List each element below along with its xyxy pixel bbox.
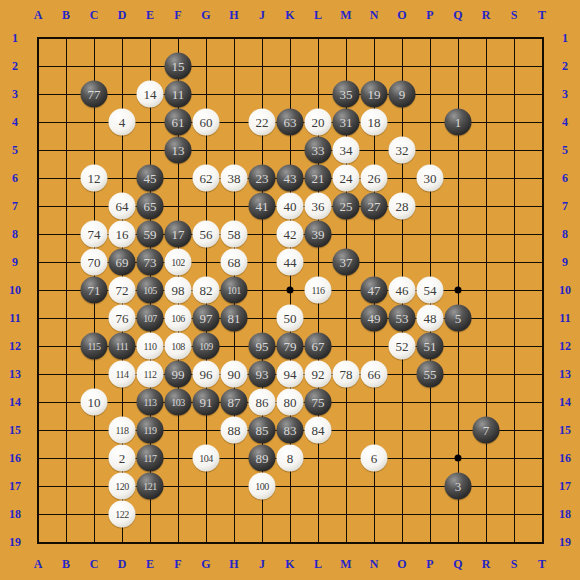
row-label-right: 6 bbox=[550, 171, 580, 185]
move-number: 87 bbox=[228, 396, 241, 409]
move-number: 45 bbox=[144, 172, 157, 185]
move-number: 101 bbox=[227, 285, 241, 295]
move-number: 9 bbox=[399, 88, 406, 101]
white-stone-G16[interactable]: 104 bbox=[193, 445, 220, 472]
black-stone-F2[interactable]: 15 bbox=[165, 53, 192, 80]
row-label-right: 12 bbox=[550, 339, 580, 353]
move-number: 23 bbox=[256, 172, 269, 185]
move-number: 11 bbox=[172, 88, 185, 101]
black-stone-M9[interactable]: 37 bbox=[333, 249, 360, 276]
white-stone-D17[interactable]: 120 bbox=[109, 473, 136, 500]
col-label-top: N bbox=[362, 8, 386, 22]
white-stone-M6[interactable]: 24 bbox=[333, 165, 360, 192]
row-label-left: 17 bbox=[0, 479, 30, 493]
white-stone-E13[interactable]: 112 bbox=[137, 361, 164, 388]
col-label-top: S bbox=[502, 8, 526, 22]
col-label-bottom: J bbox=[250, 557, 274, 571]
white-stone-G10[interactable]: 82 bbox=[193, 277, 220, 304]
white-stone-E3[interactable]: 14 bbox=[137, 81, 164, 108]
white-stone-P10[interactable]: 54 bbox=[417, 277, 444, 304]
move-number: 1 bbox=[455, 116, 462, 129]
row-label-right: 19 bbox=[550, 535, 580, 549]
move-number: 50 bbox=[284, 312, 297, 325]
black-stone-F13[interactable]: 99 bbox=[165, 361, 192, 388]
move-number: 66 bbox=[368, 368, 381, 381]
move-number: 8 bbox=[287, 452, 294, 465]
move-number: 67 bbox=[312, 340, 325, 353]
white-stone-N6[interactable]: 26 bbox=[361, 165, 388, 192]
white-stone-J14[interactable]: 86 bbox=[249, 389, 276, 416]
white-stone-K9[interactable]: 44 bbox=[277, 249, 304, 276]
white-stone-C6[interactable]: 12 bbox=[81, 165, 108, 192]
col-label-top: P bbox=[418, 8, 442, 22]
move-number: 28 bbox=[396, 200, 409, 213]
black-stone-H14[interactable]: 87 bbox=[221, 389, 248, 416]
move-number: 20 bbox=[312, 116, 325, 129]
move-number: 25 bbox=[340, 200, 353, 213]
move-number: 88 bbox=[228, 424, 241, 437]
col-label-bottom: Q bbox=[446, 557, 470, 571]
white-stone-D18[interactable]: 122 bbox=[109, 501, 136, 528]
col-label-top: L bbox=[306, 8, 330, 22]
black-stone-D12[interactable]: 111 bbox=[109, 333, 136, 360]
col-label-bottom: F bbox=[166, 557, 190, 571]
black-stone-R15[interactable]: 7 bbox=[473, 417, 500, 444]
col-label-bottom: P bbox=[418, 557, 442, 571]
move-number: 77 bbox=[88, 88, 101, 101]
move-number: 103 bbox=[171, 397, 185, 407]
white-stone-K11[interactable]: 50 bbox=[277, 305, 304, 332]
col-label-bottom: K bbox=[278, 557, 302, 571]
move-number: 116 bbox=[311, 285, 324, 295]
col-label-top: H bbox=[222, 8, 246, 22]
move-number: 86 bbox=[256, 396, 269, 409]
row-label-left: 12 bbox=[0, 339, 30, 353]
move-number: 43 bbox=[284, 172, 297, 185]
row-label-left: 15 bbox=[0, 423, 30, 437]
col-label-top: D bbox=[110, 8, 134, 22]
white-stone-L7[interactable]: 36 bbox=[305, 193, 332, 220]
col-label-bottom: E bbox=[138, 557, 162, 571]
move-number: 115 bbox=[87, 341, 100, 351]
col-label-bottom: M bbox=[334, 557, 358, 571]
row-label-right: 15 bbox=[550, 423, 580, 437]
go-board-diagram: AABBCCDDEEFFGGHHJJKKLLMMNNOOPPQQRRSSTT11… bbox=[0, 0, 580, 580]
move-number: 18 bbox=[368, 116, 381, 129]
move-number: 69 bbox=[116, 256, 129, 269]
move-number: 90 bbox=[228, 368, 241, 381]
black-stone-F8[interactable]: 17 bbox=[165, 221, 192, 248]
white-stone-K14[interactable]: 80 bbox=[277, 389, 304, 416]
black-stone-E8[interactable]: 59 bbox=[137, 221, 164, 248]
move-number: 82 bbox=[200, 284, 213, 297]
black-stone-N10[interactable]: 47 bbox=[361, 277, 388, 304]
col-label-top: M bbox=[334, 8, 358, 22]
move-number: 31 bbox=[340, 116, 353, 129]
white-stone-G8[interactable]: 56 bbox=[193, 221, 220, 248]
row-label-right: 7 bbox=[550, 199, 580, 213]
white-stone-K7[interactable]: 40 bbox=[277, 193, 304, 220]
move-number: 106 bbox=[171, 313, 185, 323]
col-label-bottom: S bbox=[502, 557, 526, 571]
black-stone-L12[interactable]: 67 bbox=[305, 333, 332, 360]
black-stone-J16[interactable]: 89 bbox=[249, 445, 276, 472]
move-number: 41 bbox=[256, 200, 269, 213]
white-stone-N16[interactable]: 6 bbox=[361, 445, 388, 472]
move-number: 72 bbox=[116, 284, 129, 297]
black-stone-M4[interactable]: 31 bbox=[333, 109, 360, 136]
black-stone-E15[interactable]: 119 bbox=[137, 417, 164, 444]
col-label-bottom: D bbox=[110, 557, 134, 571]
move-number: 12 bbox=[88, 172, 101, 185]
move-number: 34 bbox=[340, 144, 353, 157]
col-label-bottom: N bbox=[362, 557, 386, 571]
white-stone-M5[interactable]: 34 bbox=[333, 137, 360, 164]
move-number: 111 bbox=[116, 341, 129, 351]
white-stone-K13[interactable]: 94 bbox=[277, 361, 304, 388]
black-stone-J6[interactable]: 23 bbox=[249, 165, 276, 192]
black-stone-K6[interactable]: 43 bbox=[277, 165, 304, 192]
move-number: 7 bbox=[483, 424, 490, 437]
white-stone-E12[interactable]: 110 bbox=[137, 333, 164, 360]
black-stone-L5[interactable]: 33 bbox=[305, 137, 332, 164]
move-number: 46 bbox=[396, 284, 409, 297]
move-number: 76 bbox=[116, 312, 129, 325]
move-number: 39 bbox=[312, 228, 325, 241]
black-stone-F14[interactable]: 103 bbox=[165, 389, 192, 416]
white-stone-L4[interactable]: 20 bbox=[305, 109, 332, 136]
black-stone-E16[interactable]: 117 bbox=[137, 445, 164, 472]
move-number: 3 bbox=[455, 480, 462, 493]
col-label-top: Q bbox=[446, 8, 470, 22]
move-number: 64 bbox=[116, 200, 129, 213]
move-number: 56 bbox=[200, 228, 213, 241]
black-stone-F5[interactable]: 13 bbox=[165, 137, 192, 164]
move-number: 60 bbox=[200, 116, 213, 129]
move-number: 24 bbox=[340, 172, 353, 185]
black-stone-O3[interactable]: 9 bbox=[389, 81, 416, 108]
white-stone-G13[interactable]: 96 bbox=[193, 361, 220, 388]
white-stone-D7[interactable]: 64 bbox=[109, 193, 136, 220]
col-label-bottom: L bbox=[306, 557, 330, 571]
black-stone-L8[interactable]: 39 bbox=[305, 221, 332, 248]
move-number: 5 bbox=[455, 312, 462, 325]
move-number: 122 bbox=[115, 509, 129, 519]
row-label-left: 18 bbox=[0, 507, 30, 521]
white-stone-O12[interactable]: 52 bbox=[389, 333, 416, 360]
black-stone-C10[interactable]: 71 bbox=[81, 277, 108, 304]
row-label-right: 11 bbox=[550, 311, 580, 325]
row-label-right: 2 bbox=[550, 59, 580, 73]
move-number: 44 bbox=[284, 256, 297, 269]
black-stone-Q17[interactable]: 3 bbox=[445, 473, 472, 500]
move-number: 27 bbox=[368, 200, 381, 213]
move-number: 98 bbox=[172, 284, 185, 297]
move-number: 54 bbox=[424, 284, 437, 297]
row-label-left: 9 bbox=[0, 255, 30, 269]
white-stone-D11[interactable]: 76 bbox=[109, 305, 136, 332]
row-label-left: 4 bbox=[0, 115, 30, 129]
move-number: 63 bbox=[284, 116, 297, 129]
black-stone-P13[interactable]: 55 bbox=[417, 361, 444, 388]
move-number: 17 bbox=[172, 228, 185, 241]
black-stone-D9[interactable]: 69 bbox=[109, 249, 136, 276]
row-label-left: 5 bbox=[0, 143, 30, 157]
move-number: 71 bbox=[88, 284, 101, 297]
col-label-bottom: O bbox=[390, 557, 414, 571]
white-stone-D10[interactable]: 72 bbox=[109, 277, 136, 304]
black-stone-H11[interactable]: 81 bbox=[221, 305, 248, 332]
col-label-bottom: G bbox=[194, 557, 218, 571]
white-stone-N4[interactable]: 18 bbox=[361, 109, 388, 136]
move-number: 94 bbox=[284, 368, 297, 381]
move-number: 13 bbox=[172, 144, 185, 157]
white-stone-C14[interactable]: 10 bbox=[81, 389, 108, 416]
col-label-bottom: R bbox=[474, 557, 498, 571]
row-label-right: 14 bbox=[550, 395, 580, 409]
col-label-top: E bbox=[138, 8, 162, 22]
move-number: 97 bbox=[200, 312, 213, 325]
row-label-left: 11 bbox=[0, 311, 30, 325]
black-stone-H10[interactable]: 101 bbox=[221, 277, 248, 304]
move-number: 93 bbox=[256, 368, 269, 381]
row-label-left: 3 bbox=[0, 87, 30, 101]
white-stone-F10[interactable]: 98 bbox=[165, 277, 192, 304]
col-label-top: A bbox=[26, 8, 50, 22]
move-number: 30 bbox=[424, 172, 437, 185]
col-label-top: F bbox=[166, 8, 190, 22]
row-label-right: 9 bbox=[550, 255, 580, 269]
black-stone-P12[interactable]: 51 bbox=[417, 333, 444, 360]
white-stone-O5[interactable]: 32 bbox=[389, 137, 416, 164]
row-label-left: 1 bbox=[0, 31, 30, 45]
row-label-left: 8 bbox=[0, 227, 30, 241]
white-stone-F11[interactable]: 106 bbox=[165, 305, 192, 332]
move-number: 74 bbox=[88, 228, 101, 241]
row-label-left: 7 bbox=[0, 199, 30, 213]
black-stone-N7[interactable]: 27 bbox=[361, 193, 388, 220]
white-stone-K8[interactable]: 42 bbox=[277, 221, 304, 248]
col-label-top: C bbox=[82, 8, 106, 22]
move-number: 2 bbox=[119, 452, 126, 465]
white-stone-K16[interactable]: 8 bbox=[277, 445, 304, 472]
black-stone-E11[interactable]: 107 bbox=[137, 305, 164, 332]
move-number: 14 bbox=[144, 88, 157, 101]
white-stone-O7[interactable]: 28 bbox=[389, 193, 416, 220]
black-stone-N3[interactable]: 19 bbox=[361, 81, 388, 108]
move-number: 38 bbox=[228, 172, 241, 185]
move-number: 110 bbox=[143, 341, 156, 351]
white-stone-L15[interactable]: 84 bbox=[305, 417, 332, 444]
row-label-right: 3 bbox=[550, 87, 580, 101]
move-number: 10 bbox=[88, 396, 101, 409]
white-stone-C8[interactable]: 74 bbox=[81, 221, 108, 248]
move-number: 15 bbox=[172, 60, 185, 73]
black-stone-C12[interactable]: 115 bbox=[81, 333, 108, 360]
move-number: 109 bbox=[199, 341, 213, 351]
col-label-top: G bbox=[194, 8, 218, 22]
white-stone-P11[interactable]: 48 bbox=[417, 305, 444, 332]
move-number: 113 bbox=[143, 397, 156, 407]
move-number: 53 bbox=[396, 312, 409, 325]
move-number: 99 bbox=[172, 368, 185, 381]
black-stone-F4[interactable]: 61 bbox=[165, 109, 192, 136]
white-stone-N13[interactable]: 66 bbox=[361, 361, 388, 388]
move-number: 100 bbox=[255, 481, 269, 491]
white-stone-H15[interactable]: 88 bbox=[221, 417, 248, 444]
black-stone-E6[interactable]: 45 bbox=[137, 165, 164, 192]
black-stone-J12[interactable]: 95 bbox=[249, 333, 276, 360]
white-stone-H9[interactable]: 68 bbox=[221, 249, 248, 276]
move-number: 107 bbox=[143, 313, 157, 323]
black-stone-E14[interactable]: 113 bbox=[137, 389, 164, 416]
white-stone-D13[interactable]: 114 bbox=[109, 361, 136, 388]
white-stone-F12[interactable]: 108 bbox=[165, 333, 192, 360]
row-label-left: 19 bbox=[0, 535, 30, 549]
move-number: 19 bbox=[368, 88, 381, 101]
col-label-top: K bbox=[278, 8, 302, 22]
white-stone-J17[interactable]: 100 bbox=[249, 473, 276, 500]
white-stone-D16[interactable]: 2 bbox=[109, 445, 136, 472]
move-number: 70 bbox=[88, 256, 101, 269]
move-number: 59 bbox=[144, 228, 157, 241]
black-stone-F3[interactable]: 11 bbox=[165, 81, 192, 108]
col-label-top: J bbox=[250, 8, 274, 22]
black-stone-L14[interactable]: 75 bbox=[305, 389, 332, 416]
white-stone-D15[interactable]: 118 bbox=[109, 417, 136, 444]
white-stone-L10[interactable]: 116 bbox=[305, 277, 332, 304]
move-number: 65 bbox=[144, 200, 157, 213]
move-number: 81 bbox=[228, 312, 241, 325]
black-stone-L6[interactable]: 21 bbox=[305, 165, 332, 192]
row-label-right: 13 bbox=[550, 367, 580, 381]
move-number: 61 bbox=[172, 116, 185, 129]
row-label-left: 2 bbox=[0, 59, 30, 73]
black-stone-Q11[interactable]: 5 bbox=[445, 305, 472, 332]
black-stone-K4[interactable]: 63 bbox=[277, 109, 304, 136]
black-stone-G11[interactable]: 97 bbox=[193, 305, 220, 332]
move-number: 49 bbox=[368, 312, 381, 325]
row-label-left: 16 bbox=[0, 451, 30, 465]
col-label-bottom: C bbox=[82, 557, 106, 571]
black-stone-M3[interactable]: 35 bbox=[333, 81, 360, 108]
white-stone-P6[interactable]: 30 bbox=[417, 165, 444, 192]
move-number: 89 bbox=[256, 452, 269, 465]
white-stone-G6[interactable]: 62 bbox=[193, 165, 220, 192]
white-stone-D8[interactable]: 16 bbox=[109, 221, 136, 248]
white-stone-G4[interactable]: 60 bbox=[193, 109, 220, 136]
row-label-right: 10 bbox=[550, 283, 580, 297]
black-stone-N11[interactable]: 49 bbox=[361, 305, 388, 332]
move-number: 92 bbox=[312, 368, 325, 381]
move-number: 108 bbox=[171, 341, 185, 351]
black-stone-J7[interactable]: 41 bbox=[249, 193, 276, 220]
col-label-top: R bbox=[474, 8, 498, 22]
white-stone-H13[interactable]: 90 bbox=[221, 361, 248, 388]
move-number: 79 bbox=[284, 340, 297, 353]
move-number: 117 bbox=[143, 453, 156, 463]
row-label-right: 5 bbox=[550, 143, 580, 157]
black-stone-E17[interactable]: 121 bbox=[137, 473, 164, 500]
move-number: 26 bbox=[368, 172, 381, 185]
move-number: 118 bbox=[115, 425, 128, 435]
move-number: 21 bbox=[312, 172, 325, 185]
move-number: 83 bbox=[284, 424, 297, 437]
move-number: 40 bbox=[284, 200, 297, 213]
move-number: 120 bbox=[115, 481, 129, 491]
move-number: 114 bbox=[115, 369, 128, 379]
row-label-left: 14 bbox=[0, 395, 30, 409]
move-number: 80 bbox=[284, 396, 297, 409]
move-number: 85 bbox=[256, 424, 269, 437]
white-stone-J4[interactable]: 22 bbox=[249, 109, 276, 136]
star-point bbox=[455, 455, 462, 462]
white-stone-D4[interactable]: 4 bbox=[109, 109, 136, 136]
row-label-right: 17 bbox=[550, 479, 580, 493]
move-number: 6 bbox=[371, 452, 378, 465]
col-label-top: T bbox=[530, 8, 554, 22]
col-label-top: B bbox=[54, 8, 78, 22]
black-stone-G12[interactable]: 109 bbox=[193, 333, 220, 360]
move-number: 112 bbox=[143, 369, 156, 379]
move-number: 104 bbox=[199, 453, 213, 463]
move-number: 52 bbox=[396, 340, 409, 353]
move-number: 22 bbox=[256, 116, 269, 129]
black-stone-C3[interactable]: 77 bbox=[81, 81, 108, 108]
move-number: 95 bbox=[256, 340, 269, 353]
black-stone-Q4[interactable]: 1 bbox=[445, 109, 472, 136]
move-number: 36 bbox=[312, 200, 325, 213]
black-stone-K15[interactable]: 83 bbox=[277, 417, 304, 444]
white-stone-M13[interactable]: 78 bbox=[333, 361, 360, 388]
white-stone-H8[interactable]: 58 bbox=[221, 221, 248, 248]
black-stone-M7[interactable]: 25 bbox=[333, 193, 360, 220]
move-number: 37 bbox=[340, 256, 353, 269]
black-stone-E7[interactable]: 65 bbox=[137, 193, 164, 220]
black-stone-K12[interactable]: 79 bbox=[277, 333, 304, 360]
move-number: 4 bbox=[119, 116, 126, 129]
star-point bbox=[287, 287, 294, 294]
row-label-right: 16 bbox=[550, 451, 580, 465]
row-label-left: 13 bbox=[0, 367, 30, 381]
move-number: 42 bbox=[284, 228, 297, 241]
move-number: 48 bbox=[424, 312, 437, 325]
col-label-bottom: B bbox=[54, 557, 78, 571]
black-stone-J13[interactable]: 93 bbox=[249, 361, 276, 388]
move-number: 119 bbox=[143, 425, 156, 435]
white-stone-O10[interactable]: 46 bbox=[389, 277, 416, 304]
white-stone-H6[interactable]: 38 bbox=[221, 165, 248, 192]
move-number: 78 bbox=[340, 368, 353, 381]
row-label-right: 4 bbox=[550, 115, 580, 129]
black-stone-E10[interactable]: 105 bbox=[137, 277, 164, 304]
white-stone-L13[interactable]: 92 bbox=[305, 361, 332, 388]
black-stone-O11[interactable]: 53 bbox=[389, 305, 416, 332]
move-number: 58 bbox=[228, 228, 241, 241]
white-stone-C9[interactable]: 70 bbox=[81, 249, 108, 276]
black-stone-G14[interactable]: 91 bbox=[193, 389, 220, 416]
move-number: 121 bbox=[143, 481, 157, 491]
black-stone-J15[interactable]: 85 bbox=[249, 417, 276, 444]
row-label-right: 18 bbox=[550, 507, 580, 521]
move-number: 33 bbox=[312, 144, 325, 157]
black-stone-E9[interactable]: 73 bbox=[137, 249, 164, 276]
row-label-right: 1 bbox=[550, 31, 580, 45]
white-stone-F9[interactable]: 102 bbox=[165, 249, 192, 276]
move-number: 68 bbox=[228, 256, 241, 269]
move-number: 16 bbox=[116, 228, 129, 241]
move-number: 51 bbox=[424, 340, 437, 353]
